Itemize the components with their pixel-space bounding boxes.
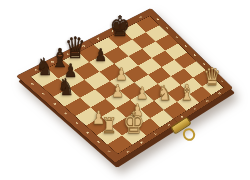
brass-latch [171,121,201,147]
rank-label-4-left: 4 [72,120,82,126]
chessboard-photo: AABBCCDDEEFFGGHH1122334455667788 ♚♛♟♝♞♟♟… [0,0,250,180]
folding-chessboard: AABBCCDDEEFFGGHH1122334455667788 [0,0,250,180]
rank-label-1-right: 1 [218,79,225,85]
rank-label-2-right: 2 [209,70,216,76]
rank-label-7-left: 7 [39,91,49,97]
rank-label-3-left: 3 [83,129,92,135]
rank-label-2-left: 2 [94,139,103,145]
rank-label-4-right: 4 [191,52,199,58]
rank-label-1-left: 1 [104,148,113,154]
rank-label-3-right: 3 [200,61,208,67]
rank-label-7-right: 7 [163,25,171,30]
rank-label-8-right: 8 [154,16,162,21]
rank-label-8-left: 8 [27,81,37,87]
rank-label-5-right: 5 [182,43,190,49]
rank-label-6-right: 6 [173,34,181,39]
rank-label-5-left: 5 [61,110,71,116]
rank-label-6-left: 6 [50,101,60,107]
